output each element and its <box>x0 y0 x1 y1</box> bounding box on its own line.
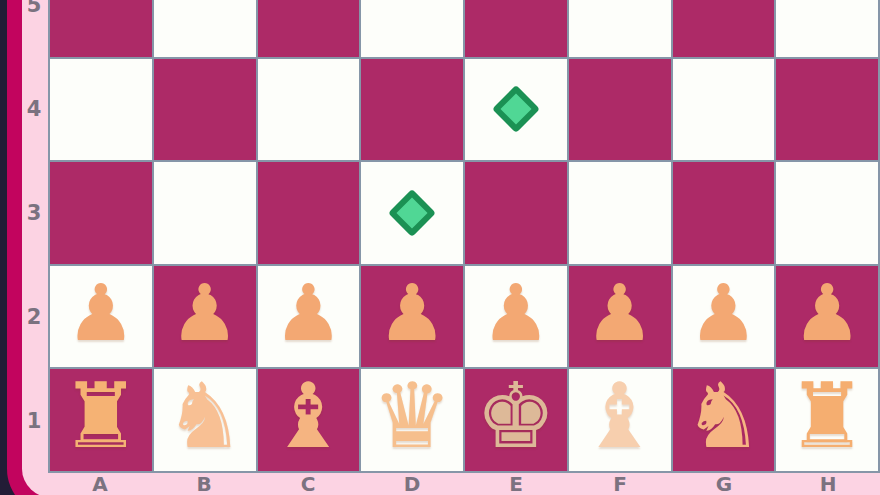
piece-white-pawn: ♟ <box>688 274 758 352</box>
square-d5[interactable] <box>361 0 463 57</box>
piece-white-pawn: ♟ <box>66 274 136 352</box>
square-a4[interactable] <box>50 59 152 161</box>
piece-white-bishop: ♝ <box>268 371 349 461</box>
piece-white-bishop: ♝ <box>579 371 660 461</box>
square-d3[interactable] <box>361 162 463 264</box>
square-c5[interactable] <box>258 0 360 57</box>
chess-board: ♟♟♟♟♟♟♟♟♜♞♝♛♚♝♞♜ <box>48 0 880 473</box>
square-c4[interactable] <box>258 59 360 161</box>
square-d4[interactable] <box>361 59 463 161</box>
rank-label-4: 4 <box>20 97 48 121</box>
square-c2[interactable]: ♟ <box>258 266 360 368</box>
file-label-f: F <box>600 473 640 495</box>
piece-white-pawn: ♟ <box>170 274 240 352</box>
file-label-a: A <box>80 473 120 495</box>
piece-white-rook: ♜ <box>61 371 142 461</box>
file-label-e: E <box>496 473 536 495</box>
square-c1[interactable]: ♝ <box>258 369 360 471</box>
square-c3[interactable] <box>258 162 360 264</box>
piece-white-pawn: ♟ <box>481 274 551 352</box>
rank-label-3: 3 <box>20 201 48 225</box>
square-g5[interactable] <box>673 0 775 57</box>
square-b1[interactable]: ♞ <box>154 369 256 471</box>
square-f3[interactable] <box>569 162 671 264</box>
rank-label-1: 1 <box>20 409 48 433</box>
square-h3[interactable] <box>776 162 878 264</box>
square-f2[interactable]: ♟ <box>569 266 671 368</box>
file-label-h: H <box>808 473 848 495</box>
square-b3[interactable] <box>154 162 256 264</box>
square-g3[interactable] <box>673 162 775 264</box>
square-a3[interactable] <box>50 162 152 264</box>
square-h1[interactable]: ♜ <box>776 369 878 471</box>
piece-white-pawn: ♟ <box>585 274 655 352</box>
piece-white-pawn: ♟ <box>792 274 862 352</box>
file-label-g: G <box>704 473 744 495</box>
square-h4[interactable] <box>776 59 878 161</box>
square-b5[interactable] <box>154 0 256 57</box>
piece-white-pawn: ♟ <box>273 274 343 352</box>
square-g1[interactable]: ♞ <box>673 369 775 471</box>
square-a1[interactable]: ♜ <box>50 369 152 471</box>
chess-app-viewport: ♟♟♟♟♟♟♟♟♜♞♝♛♚♝♞♜ 54321 ABCDEFGH <box>0 0 880 495</box>
square-g4[interactable] <box>673 59 775 161</box>
square-d2[interactable]: ♟ <box>361 266 463 368</box>
piece-white-queen: ♛ <box>372 371 453 461</box>
move-hint-diamond[interactable] <box>388 189 436 237</box>
square-f5[interactable] <box>569 0 671 57</box>
square-g2[interactable]: ♟ <box>673 266 775 368</box>
rank-label-2: 2 <box>20 305 48 329</box>
square-a5[interactable] <box>50 0 152 57</box>
rank-label-5: 5 <box>20 0 48 17</box>
square-e3[interactable] <box>465 162 567 264</box>
piece-white-king: ♚ <box>476 371 557 461</box>
square-d1[interactable]: ♛ <box>361 369 463 471</box>
square-f1[interactable]: ♝ <box>569 369 671 471</box>
file-label-c: C <box>288 473 328 495</box>
square-h2[interactable]: ♟ <box>776 266 878 368</box>
square-e4[interactable] <box>465 59 567 161</box>
piece-white-rook: ♜ <box>787 371 868 461</box>
piece-white-pawn: ♟ <box>377 274 447 352</box>
square-h5[interactable] <box>776 0 878 57</box>
square-a2[interactable]: ♟ <box>50 266 152 368</box>
square-b2[interactable]: ♟ <box>154 266 256 368</box>
square-b4[interactable] <box>154 59 256 161</box>
file-label-d: D <box>392 473 432 495</box>
square-e5[interactable] <box>465 0 567 57</box>
square-e2[interactable]: ♟ <box>465 266 567 368</box>
square-e1[interactable]: ♚ <box>465 369 567 471</box>
square-f4[interactable] <box>569 59 671 161</box>
move-hint-diamond[interactable] <box>492 85 540 133</box>
file-label-b: B <box>184 473 224 495</box>
piece-white-knight: ♞ <box>164 371 245 461</box>
piece-white-knight: ♞ <box>683 371 764 461</box>
